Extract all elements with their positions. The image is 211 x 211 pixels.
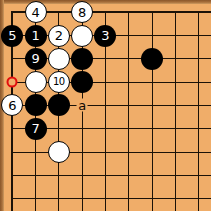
intersection: [140, 71, 163, 94]
grid-line-vertical: [35, 186, 36, 211]
grid-line-vertical: [198, 23, 199, 48]
intersection: [164, 94, 187, 117]
intersection: [47, 140, 70, 163]
intersection: [94, 117, 117, 140]
white-stone-4: 4: [25, 1, 47, 23]
grid-line-vertical: [105, 116, 106, 141]
intersection: 3: [94, 24, 117, 47]
white-stone-8: 8: [71, 1, 93, 23]
grid-line-vertical: [105, 139, 106, 164]
intersection: [117, 47, 140, 70]
intersection: [24, 187, 47, 210]
intersection: [71, 117, 94, 140]
intersection: [1, 117, 24, 140]
intersection: [187, 94, 210, 117]
grid-line-vertical: [175, 70, 176, 95]
intersection: [164, 71, 187, 94]
intersection: [140, 47, 163, 70]
intersection: [164, 164, 187, 187]
intersection: [1, 187, 24, 210]
intersection: [94, 71, 117, 94]
intersection: [71, 71, 94, 94]
intersection: [94, 140, 117, 163]
grid-line-vertical: [128, 163, 129, 188]
grid-line-vertical: [58, 163, 59, 188]
intersection: [140, 117, 163, 140]
intersection: [24, 164, 47, 187]
white-stone: [71, 25, 93, 47]
intersection: [1, 1, 24, 24]
intersection: 6: [1, 94, 24, 117]
grid-line-vertical: [128, 116, 129, 141]
white-stone: [25, 71, 47, 93]
grid-line-vertical: [128, 139, 129, 164]
grid-line-vertical: [105, 93, 106, 118]
go-board: 4851239106a7: [0, 0, 211, 211]
grid-line-vertical: [198, 139, 199, 164]
intersection: [1, 164, 24, 187]
intersection: 8: [71, 1, 94, 24]
intersection: [71, 164, 94, 187]
intersection: [71, 24, 94, 47]
intersection: [1, 140, 24, 163]
intersection: [94, 47, 117, 70]
black-stone-5: 5: [1, 25, 23, 47]
grid-line-vertical: [152, 163, 153, 188]
intersection: [94, 164, 117, 187]
intersection: [47, 1, 70, 24]
grid-line-vertical: [11, 116, 13, 141]
black-stone: [25, 94, 47, 116]
white-stone-10: 10: [48, 71, 70, 93]
grid-line-vertical: [152, 116, 153, 141]
black-stone: [141, 48, 163, 70]
intersection: [187, 24, 210, 47]
black-stone: [71, 48, 93, 70]
intersection: 2: [47, 24, 70, 47]
grid-line-vertical: [175, 46, 176, 71]
grid-line-vertical: [175, 116, 176, 141]
intersection: [47, 47, 70, 70]
grid-line-vertical: [198, 46, 199, 71]
intersection: [187, 164, 210, 187]
intersection: [71, 47, 94, 70]
intersection: [140, 24, 163, 47]
intersection: [1, 71, 24, 94]
intersection: [164, 1, 187, 24]
intersection: [164, 47, 187, 70]
grid-line-vertical: [128, 70, 129, 95]
intersection: 4: [24, 1, 47, 24]
grid-line-vertical: [152, 93, 153, 118]
grid-line-vertical: [82, 116, 83, 141]
intersection: [140, 140, 163, 163]
grid-line-vertical: [11, 46, 13, 71]
intersection: [47, 117, 70, 140]
intersection: [187, 187, 210, 210]
intersection: [187, 47, 210, 70]
red-circle-marker: [7, 77, 18, 88]
grid-line-vertical: [128, 93, 129, 118]
grid-line-vertical: [105, 186, 106, 211]
intersection: [164, 24, 187, 47]
intersection: [47, 94, 70, 117]
grid-line-vertical: [35, 163, 36, 188]
black-stone-9: 9: [25, 48, 47, 70]
intersection: [140, 164, 163, 187]
grid-line-vertical: [128, 186, 129, 211]
grid-line-vertical: [198, 93, 199, 118]
intersection: [94, 187, 117, 210]
intersection: 9: [24, 47, 47, 70]
intersection: [47, 164, 70, 187]
grid-line-vertical: [35, 139, 36, 164]
white-stone-2: 2: [48, 25, 70, 47]
intersection: [140, 1, 163, 24]
grid-line-vertical: [152, 70, 153, 95]
intersection: [187, 1, 210, 24]
grid-line-vertical: [11, 186, 13, 211]
intersection: [117, 187, 140, 210]
grid-line-vertical: [11, 163, 13, 188]
intersection: [117, 140, 140, 163]
intersection: 7: [24, 117, 47, 140]
intersection: [1, 47, 24, 70]
intersection: 5: [1, 24, 24, 47]
intersection: [94, 94, 117, 117]
black-stone: [71, 71, 93, 93]
grid-line-vertical: [198, 70, 199, 95]
intersection: [117, 1, 140, 24]
intersection: [187, 71, 210, 94]
intersection: [94, 1, 117, 24]
black-stone: [48, 94, 70, 116]
intersection: [187, 140, 210, 163]
grid-line-vertical: [105, 70, 106, 95]
letter-marker-a: a: [77, 99, 88, 112]
grid-line-vertical: [152, 139, 153, 164]
intersection: [71, 187, 94, 210]
intersection: [117, 71, 140, 94]
intersection: [24, 140, 47, 163]
intersection: [24, 94, 47, 117]
grid-line-vertical: [198, 116, 199, 141]
grid-line-vertical: [82, 186, 83, 211]
grid-line-vertical: [128, 46, 129, 71]
intersection: [24, 71, 47, 94]
intersection: [71, 140, 94, 163]
grid-line-vertical: [175, 186, 176, 211]
grid-line-vertical: [152, 186, 153, 211]
intersection: 1: [24, 24, 47, 47]
grid-line-vertical: [105, 163, 106, 188]
white-stone: [48, 48, 70, 70]
intersection: [140, 94, 163, 117]
grid-line-vertical: [128, 23, 129, 48]
grid-line-vertical: [82, 139, 83, 164]
grid-line-vertical: [175, 23, 176, 48]
grid-line-vertical: [175, 139, 176, 164]
intersection: [117, 164, 140, 187]
intersection: [164, 140, 187, 163]
grid-line-vertical: [198, 163, 199, 188]
grid-line-vertical: [175, 163, 176, 188]
grid-line-vertical: [58, 116, 59, 141]
grid-line-vertical: [11, 139, 13, 164]
grid-line-vertical: [175, 93, 176, 118]
grid-line-vertical: [105, 46, 106, 71]
intersection: [47, 187, 70, 210]
intersection: [164, 117, 187, 140]
intersection: [140, 187, 163, 210]
white-stone-6: 6: [1, 94, 23, 116]
black-stone-1: 1: [25, 25, 47, 47]
intersection: [117, 94, 140, 117]
intersection: a: [71, 94, 94, 117]
intersection: [117, 117, 140, 140]
intersection: 10: [47, 71, 70, 94]
grid-line-vertical: [58, 186, 59, 211]
grid-line-vertical: [82, 163, 83, 188]
intersection: [187, 117, 210, 140]
white-stone: [48, 141, 70, 163]
intersection: [164, 187, 187, 210]
intersection: [117, 24, 140, 47]
grid-line-vertical: [152, 23, 153, 48]
black-stone-3: 3: [94, 25, 116, 47]
black-stone-7: 7: [25, 118, 47, 140]
grid-line-vertical: [198, 186, 199, 211]
board-grid: 4851239106a7: [1, 1, 211, 211]
